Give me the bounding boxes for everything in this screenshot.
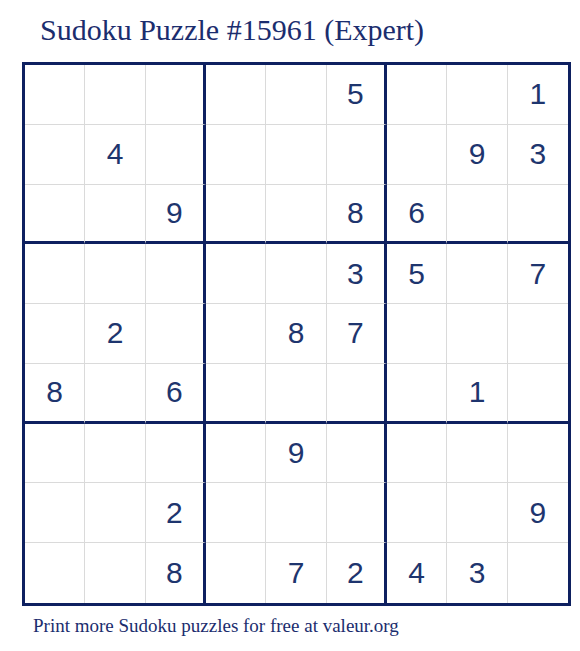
sudoku-cell-r8c9[interactable]: 9 xyxy=(508,483,568,543)
sudoku-cell-r6c8[interactable]: 1 xyxy=(447,364,507,424)
sudoku-cell-r7c4[interactable] xyxy=(206,424,266,484)
sudoku-cell-r2c8[interactable]: 9 xyxy=(447,125,507,185)
sudoku-cell-r2c7[interactable] xyxy=(387,125,447,185)
sudoku-cell-r2c1[interactable] xyxy=(25,125,85,185)
sudoku-cell-r4c1[interactable] xyxy=(25,244,85,304)
sudoku-cell-r8c6[interactable] xyxy=(327,483,387,543)
sudoku-cell-r1c1[interactable] xyxy=(25,65,85,125)
sudoku-cell-r5c5[interactable]: 8 xyxy=(266,304,326,364)
sudoku-cell-r9c2[interactable] xyxy=(85,543,145,603)
sudoku-cell-r9c8[interactable]: 3 xyxy=(447,543,507,603)
sudoku-cell-r9c9[interactable] xyxy=(508,543,568,603)
sudoku-cell-r9c3[interactable]: 8 xyxy=(146,543,206,603)
sudoku-cell-r2c3[interactable] xyxy=(146,125,206,185)
sudoku-cell-r1c9[interactable]: 1 xyxy=(508,65,568,125)
sudoku-cell-r2c9[interactable]: 3 xyxy=(508,125,568,185)
sudoku-cell-r3c9[interactable] xyxy=(508,185,568,245)
sudoku-cell-r5c2[interactable]: 2 xyxy=(85,304,145,364)
sudoku-cell-r5c4[interactable] xyxy=(206,304,266,364)
sudoku-cell-r6c1[interactable]: 8 xyxy=(25,364,85,424)
sudoku-cell-r1c5[interactable] xyxy=(266,65,326,125)
sudoku-cell-r9c4[interactable] xyxy=(206,543,266,603)
sudoku-cell-r4c5[interactable] xyxy=(266,244,326,304)
sudoku-cell-r6c9[interactable] xyxy=(508,364,568,424)
sudoku-cell-r5c7[interactable] xyxy=(387,304,447,364)
sudoku-cell-r8c5[interactable] xyxy=(266,483,326,543)
sudoku-cell-r1c6[interactable]: 5 xyxy=(327,65,387,125)
sudoku-cell-r6c7[interactable] xyxy=(387,364,447,424)
sudoku-cell-r7c5[interactable]: 9 xyxy=(266,424,326,484)
sudoku-cell-r3c4[interactable] xyxy=(206,185,266,245)
sudoku-cell-r1c3[interactable] xyxy=(146,65,206,125)
sudoku-cell-r3c6[interactable]: 8 xyxy=(327,185,387,245)
sudoku-cell-r4c2[interactable] xyxy=(85,244,145,304)
sudoku-page: Sudoku Puzzle #15961 (Expert) 5149398635… xyxy=(0,0,580,651)
sudoku-cell-r4c8[interactable] xyxy=(447,244,507,304)
sudoku-cell-r6c5[interactable] xyxy=(266,364,326,424)
sudoku-cell-r7c8[interactable] xyxy=(447,424,507,484)
sudoku-cell-r5c6[interactable]: 7 xyxy=(327,304,387,364)
sudoku-cell-r7c9[interactable] xyxy=(508,424,568,484)
sudoku-cell-r5c8[interactable] xyxy=(447,304,507,364)
sudoku-grid: 5149398635728786192987243 xyxy=(22,62,571,606)
sudoku-cell-r4c9[interactable]: 7 xyxy=(508,244,568,304)
footer-text: Print more Sudoku puzzles for free at va… xyxy=(33,615,399,637)
sudoku-cell-r5c1[interactable] xyxy=(25,304,85,364)
sudoku-cell-r8c7[interactable] xyxy=(387,483,447,543)
sudoku-cell-r3c3[interactable]: 9 xyxy=(146,185,206,245)
sudoku-cell-r3c2[interactable] xyxy=(85,185,145,245)
sudoku-cell-r3c1[interactable] xyxy=(25,185,85,245)
sudoku-cell-r9c6[interactable]: 2 xyxy=(327,543,387,603)
sudoku-cell-r3c8[interactable] xyxy=(447,185,507,245)
sudoku-cell-r1c8[interactable] xyxy=(447,65,507,125)
sudoku-cell-r7c2[interactable] xyxy=(85,424,145,484)
sudoku-cell-r8c8[interactable] xyxy=(447,483,507,543)
sudoku-cell-r8c4[interactable] xyxy=(206,483,266,543)
sudoku-cell-r9c7[interactable]: 4 xyxy=(387,543,447,603)
sudoku-cell-r4c6[interactable]: 3 xyxy=(327,244,387,304)
sudoku-cell-r1c7[interactable] xyxy=(387,65,447,125)
sudoku-cell-r2c6[interactable] xyxy=(327,125,387,185)
sudoku-cell-r8c2[interactable] xyxy=(85,483,145,543)
sudoku-cell-r3c7[interactable]: 6 xyxy=(387,185,447,245)
sudoku-cell-r1c4[interactable] xyxy=(206,65,266,125)
sudoku-cell-r8c1[interactable] xyxy=(25,483,85,543)
sudoku-cell-r2c5[interactable] xyxy=(266,125,326,185)
sudoku-cell-r4c4[interactable] xyxy=(206,244,266,304)
sudoku-cell-r4c3[interactable] xyxy=(146,244,206,304)
sudoku-cell-r7c6[interactable] xyxy=(327,424,387,484)
sudoku-cell-r5c9[interactable] xyxy=(508,304,568,364)
sudoku-cell-r2c4[interactable] xyxy=(206,125,266,185)
sudoku-cell-r9c1[interactable] xyxy=(25,543,85,603)
sudoku-cell-r6c4[interactable] xyxy=(206,364,266,424)
sudoku-cell-r7c1[interactable] xyxy=(25,424,85,484)
page-title: Sudoku Puzzle #15961 (Expert) xyxy=(40,13,424,47)
sudoku-cell-r9c5[interactable]: 7 xyxy=(266,543,326,603)
sudoku-cell-r1c2[interactable] xyxy=(85,65,145,125)
sudoku-cell-r3c5[interactable] xyxy=(266,185,326,245)
sudoku-cell-r6c3[interactable]: 6 xyxy=(146,364,206,424)
sudoku-cell-r8c3[interactable]: 2 xyxy=(146,483,206,543)
sudoku-cell-r4c7[interactable]: 5 xyxy=(387,244,447,304)
sudoku-cell-r5c3[interactable] xyxy=(146,304,206,364)
sudoku-cell-r6c6[interactable] xyxy=(327,364,387,424)
sudoku-cell-r6c2[interactable] xyxy=(85,364,145,424)
sudoku-cell-r2c2[interactable]: 4 xyxy=(85,125,145,185)
sudoku-cell-r7c3[interactable] xyxy=(146,424,206,484)
sudoku-cell-r7c7[interactable] xyxy=(387,424,447,484)
